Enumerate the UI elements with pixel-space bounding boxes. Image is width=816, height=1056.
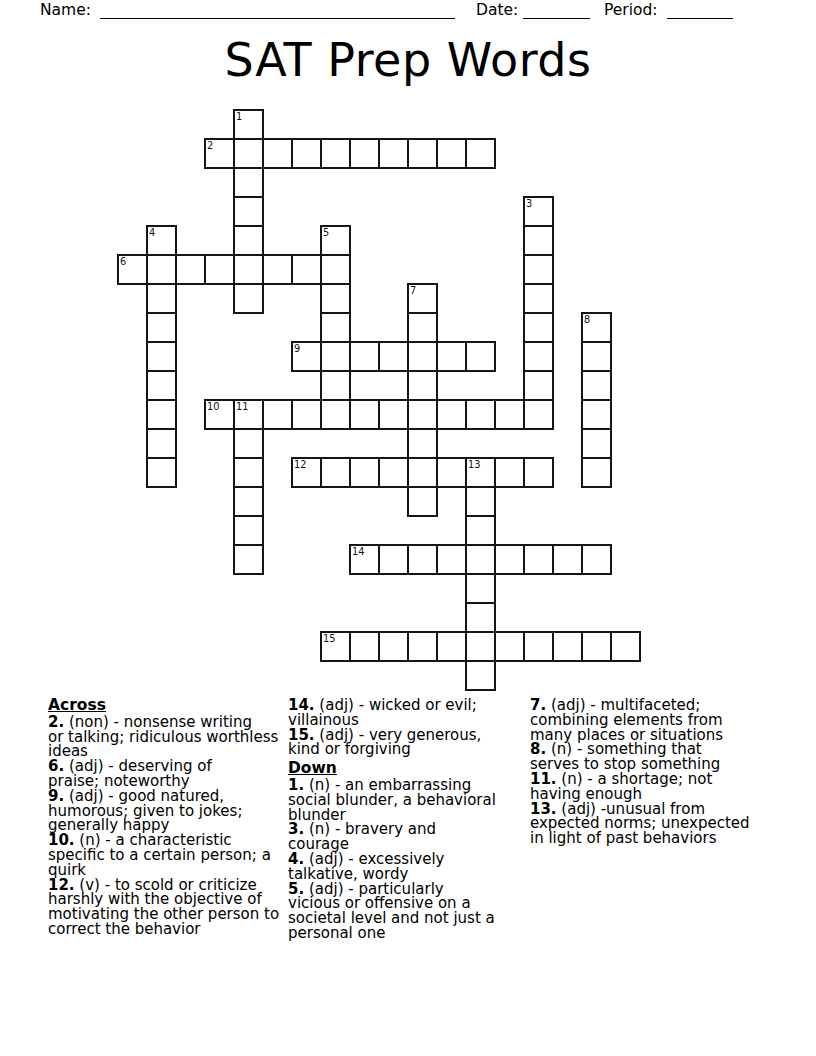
date-label: Date:: [476, 1, 518, 19]
grid-cell-r9c16[interactable]: [581, 370, 612, 401]
grid-cell-r10c10[interactable]: [407, 399, 438, 430]
date-blank-field[interactable]: [523, 3, 590, 19]
clue-down-11: 11. (n) - a shortage; not having enough: [530, 772, 778, 802]
grid-cell-r18c12[interactable]: [465, 631, 496, 662]
clue-column-2: 14. (adj) - wicked or evil; villainous15…: [288, 698, 528, 941]
cell-number-3: 3: [526, 199, 532, 209]
clue-across-9: 9. (adj) - good natured, humorous; given…: [48, 789, 304, 833]
grid-cell-r1c8[interactable]: [349, 138, 380, 169]
grid-cell-r7c14[interactable]: [523, 312, 554, 343]
grid-cell-r18c15[interactable]: [552, 631, 583, 662]
clue-across-10: 10. (n) - a characteristic specific to a…: [48, 833, 304, 877]
grid-cell-r13c10[interactable]: [407, 486, 438, 517]
grid-cell-r18c10[interactable]: [407, 631, 438, 662]
clue-down-5: 5. (adj) - particularly vicious or offen…: [288, 882, 528, 941]
grid-cell-r10c9[interactable]: [378, 399, 409, 430]
grid-cell-r10c5[interactable]: [262, 399, 293, 430]
grid-cell-r7c7[interactable]: [320, 312, 351, 343]
cell-number-1: 1: [236, 112, 242, 122]
grid-cell-r12c13[interactable]: [494, 457, 525, 488]
grid-cell-r11c4[interactable]: [233, 428, 264, 459]
grid-cell-r10c6[interactable]: [291, 399, 322, 430]
grid-cell-r15c13[interactable]: [494, 544, 525, 575]
grid-cell-r1c9[interactable]: [378, 138, 409, 169]
grid-cell-r18c11[interactable]: [436, 631, 467, 662]
grid-cell-r15c16[interactable]: [581, 544, 612, 575]
cell-number-2: 2: [207, 141, 213, 151]
grid-cell-r8c14[interactable]: [523, 341, 554, 372]
cell-number-11: 11: [236, 402, 248, 412]
grid-cell-r5c1[interactable]: [146, 254, 177, 285]
cell-number-10: 10: [207, 402, 219, 412]
grid-cell-r5c3[interactable]: [204, 254, 235, 285]
grid-cell-r7c1[interactable]: [146, 312, 177, 343]
grid-cell-r4c4[interactable]: [233, 225, 264, 256]
clue-down-3: 3. (n) - bravery and courage: [288, 822, 528, 852]
clue-across-6: 6. (adj) - deserving of praise; notewort…: [48, 759, 304, 789]
grid-cell-r11c10[interactable]: [407, 428, 438, 459]
grid-cell-r12c8[interactable]: [349, 457, 380, 488]
grid-cell-r15c10[interactable]: [407, 544, 438, 575]
clue-across-14: 14. (adj) - wicked or evil; villainous: [288, 698, 528, 728]
grid-cell-r8c16[interactable]: [581, 341, 612, 372]
grid-cell-r5c6[interactable]: [291, 254, 322, 285]
grid-cell-r15c9[interactable]: [378, 544, 409, 575]
grid-cell-r12c16[interactable]: [581, 457, 612, 488]
grid-cell-r1c12[interactable]: [465, 138, 496, 169]
crossword-grid: 123456789101112131415: [117, 109, 641, 691]
grid-cell-r10c7[interactable]: [320, 399, 351, 430]
grid-cell-r8c12[interactable]: [465, 341, 496, 372]
cell-number-12: 12: [294, 460, 306, 470]
grid-cell-r1c5[interactable]: [262, 138, 293, 169]
grid-cell-r10c11[interactable]: [436, 399, 467, 430]
grid-cell-r8c9[interactable]: [378, 341, 409, 372]
clue-column-3: 7. (adj) - multifaceted; combining eleme…: [530, 698, 778, 846]
grid-cell-r18c14[interactable]: [523, 631, 554, 662]
grid-cell-r15c12[interactable]: [465, 544, 496, 575]
clue-down-7: 7. (adj) - multifaceted; combining eleme…: [530, 698, 778, 742]
cell-number-8: 8: [584, 315, 590, 325]
name-label: Name:: [40, 1, 91, 19]
grid-cell-r6c1[interactable]: [146, 283, 177, 314]
grid-cell-r6c14[interactable]: [523, 283, 554, 314]
cell-number-14: 14: [352, 547, 364, 557]
grid-cell-r5c7[interactable]: [320, 254, 351, 285]
grid-cell-r18c8[interactable]: [349, 631, 380, 662]
grid-cell-r8c7[interactable]: [320, 341, 351, 372]
cell-number-4: 4: [149, 228, 155, 238]
grid-cell-r14c4[interactable]: [233, 515, 264, 546]
grid-cell-r6c4[interactable]: [233, 283, 264, 314]
grid-cell-r1c7[interactable]: [320, 138, 351, 169]
clue-down-8: 8. (n) - something that serves to stop s…: [530, 742, 778, 772]
grid-cell-r3c4[interactable]: [233, 196, 264, 227]
clue-column-1: Across2. (non) - nonsense writing or tal…: [48, 698, 304, 937]
clue-across-15: 15. (adj) - very generous, kind or forgi…: [288, 728, 528, 758]
grid-cell-r11c16[interactable]: [581, 428, 612, 459]
grid-cell-r15c14[interactable]: [523, 544, 554, 575]
grid-cell-r4c14[interactable]: [523, 225, 554, 256]
grid-cell-r9c1[interactable]: [146, 370, 177, 401]
grid-cell-r13c12[interactable]: [465, 486, 496, 517]
grid-cell-r7c10[interactable]: [407, 312, 438, 343]
grid-cell-r12c4[interactable]: [233, 457, 264, 488]
grid-cell-r5c5[interactable]: [262, 254, 293, 285]
cell-number-15: 15: [323, 634, 335, 644]
grid-cell-r9c14[interactable]: [523, 370, 554, 401]
grid-cell-r10c12[interactable]: [465, 399, 496, 430]
grid-cell-r10c13[interactable]: [494, 399, 525, 430]
grid-cell-r5c14[interactable]: [523, 254, 554, 285]
grid-cell-r12c10[interactable]: [407, 457, 438, 488]
clue-across-12: 12. (v) - to scold or criticize harshly …: [48, 878, 304, 937]
grid-cell-r17c12[interactable]: [465, 602, 496, 633]
grid-cell-r2c4[interactable]: [233, 167, 264, 198]
grid-cell-r15c4[interactable]: [233, 544, 264, 575]
grid-cell-r18c9[interactable]: [378, 631, 409, 662]
page-title: SAT Prep Words: [0, 33, 816, 87]
grid-cell-r5c2[interactable]: [175, 254, 206, 285]
grid-cell-r9c7[interactable]: [320, 370, 351, 401]
grid-cell-r10c14[interactable]: [523, 399, 554, 430]
grid-cell-r18c16[interactable]: [581, 631, 612, 662]
grid-cell-r18c13[interactable]: [494, 631, 525, 662]
cell-number-5: 5: [323, 228, 329, 238]
grid-cell-r12c1[interactable]: [146, 457, 177, 488]
grid-cell-r10c16[interactable]: [581, 399, 612, 430]
grid-cell-r13c4[interactable]: [233, 486, 264, 517]
grid-cell-r8c1[interactable]: [146, 341, 177, 372]
clue-down-1: 1. (n) - an embarrassing social blunder,…: [288, 778, 528, 822]
grid-cell-r18c17[interactable]: [610, 631, 641, 662]
across-header: Across: [48, 698, 304, 713]
grid-cell-r16c12[interactable]: [465, 573, 496, 604]
grid-cell-r10c1[interactable]: [146, 399, 177, 430]
down-header: Down: [288, 761, 528, 776]
grid-cell-r8c10[interactable]: [407, 341, 438, 372]
cell-number-7: 7: [410, 286, 416, 296]
period-label: Period:: [604, 1, 658, 19]
grid-cell-r1c11[interactable]: [436, 138, 467, 169]
grid-cell-r12c9[interactable]: [378, 457, 409, 488]
grid-cell-r8c8[interactable]: [349, 341, 380, 372]
grid-cell-r8c11[interactable]: [436, 341, 467, 372]
clue-down-4: 4. (adj) - excessively talkative, wordy: [288, 852, 528, 882]
cell-number-6: 6: [120, 257, 126, 267]
grid-cell-r15c15[interactable]: [552, 544, 583, 575]
grid-cell-r1c10[interactable]: [407, 138, 438, 169]
cell-number-13: 13: [468, 460, 480, 470]
grid-cell-r1c4[interactable]: [233, 138, 264, 169]
clue-across-2: 2. (non) - nonsense writing or talking; …: [48, 715, 304, 759]
crossword-worksheet: { "game": "crossword", "title": "SAT Pre…: [0, 0, 816, 1056]
grid-cell-r6c7[interactable]: [320, 283, 351, 314]
period-blank-field[interactable]: [667, 3, 733, 19]
cell-number-9: 9: [294, 344, 300, 354]
grid-cell-r12c11[interactable]: [436, 457, 467, 488]
grid-cell-r1c6[interactable]: [291, 138, 322, 169]
grid-cell-r19c12[interactable]: [465, 660, 496, 691]
grid-cell-r11c1[interactable]: [146, 428, 177, 459]
name-blank-field[interactable]: [100, 3, 455, 19]
grid-cell-r14c12[interactable]: [465, 515, 496, 546]
clue-down-13: 13. (adj) -unusual from expected norms; …: [530, 802, 778, 846]
grid-cell-r5c4[interactable]: [233, 254, 264, 285]
grid-cell-r10c8[interactable]: [349, 399, 380, 430]
grid-cell-r12c7[interactable]: [320, 457, 351, 488]
grid-cell-r9c10[interactable]: [407, 370, 438, 401]
grid-cell-r12c14[interactable]: [523, 457, 554, 488]
grid-cell-r15c11[interactable]: [436, 544, 467, 575]
